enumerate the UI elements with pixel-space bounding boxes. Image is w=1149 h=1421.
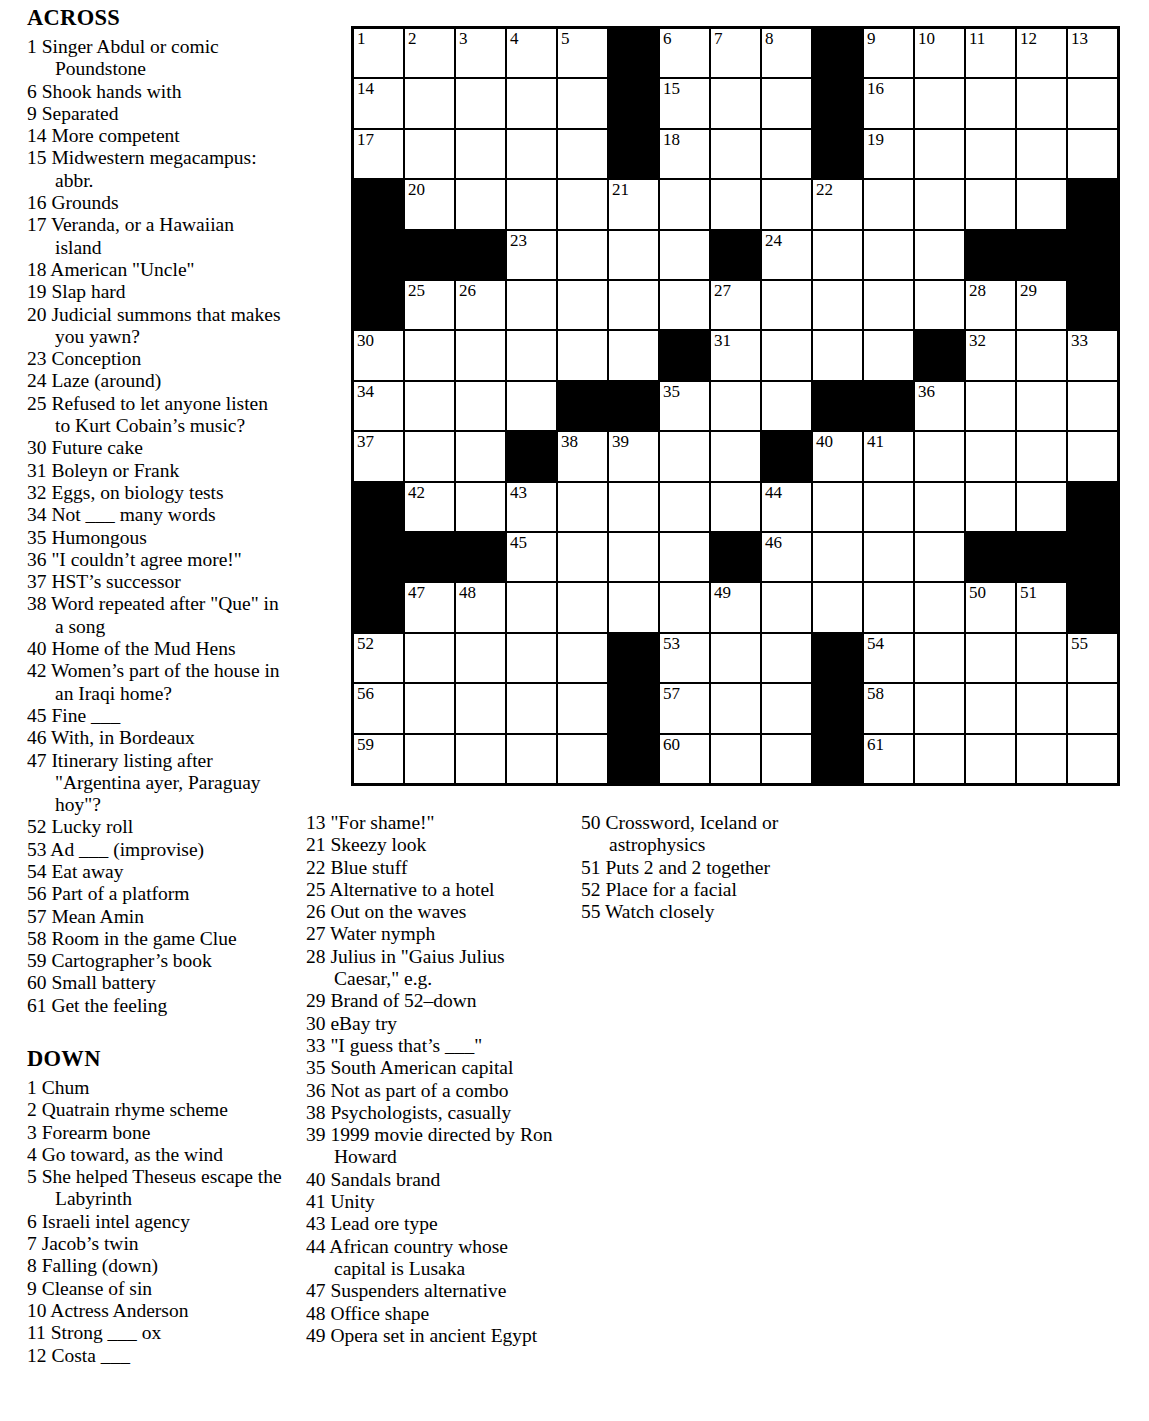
cell-r10c9[interactable]: 44 bbox=[762, 483, 811, 531]
cell-r6c3[interactable]: 26 bbox=[456, 281, 505, 329]
cell-r11c7[interactable] bbox=[660, 533, 709, 581]
down-clue-43: 43 Lead ore type bbox=[306, 1213, 564, 1235]
cell-r4c5[interactable] bbox=[558, 180, 607, 228]
down-clue-51: 51 Puts 2 and 2 together bbox=[581, 857, 831, 879]
cell-r2c4[interactable] bbox=[507, 79, 556, 127]
across-clue-42: 42 Women’s part of the house in an Iraqi… bbox=[27, 660, 285, 705]
across-clue-57: 57 Mean Amin bbox=[27, 906, 285, 928]
cell-r14c13[interactable] bbox=[966, 684, 1015, 732]
black-cell-r2c10 bbox=[813, 79, 862, 127]
cell-number-48: 48 bbox=[459, 583, 476, 602]
across-header: ACROSS bbox=[27, 5, 285, 31]
down-clue-39: 39 1999 movie directed by Ron Howard bbox=[306, 1124, 564, 1169]
cell-number-50: 50 bbox=[969, 583, 986, 602]
cell-r3c15[interactable] bbox=[1068, 130, 1117, 178]
cell-r9c10[interactable]: 40 bbox=[813, 432, 862, 480]
cell-r9c13[interactable] bbox=[966, 432, 1015, 480]
across-clue-36: 36 "I couldn’t agree more!" bbox=[27, 549, 285, 571]
cell-number-36: 36 bbox=[918, 382, 935, 401]
cell-number-40: 40 bbox=[816, 432, 833, 451]
down-clue-6: 6 Israeli intel agency bbox=[27, 1211, 285, 1233]
cell-r13c12[interactable] bbox=[915, 634, 964, 682]
cell-number-7: 7 bbox=[714, 29, 723, 48]
cell-number-4: 4 bbox=[510, 29, 519, 48]
cell-r13c1[interactable]: 52 bbox=[354, 634, 403, 682]
down-clue-30: 30 eBay try bbox=[306, 1013, 564, 1035]
cell-number-26: 26 bbox=[459, 281, 476, 300]
cell-number-15: 15 bbox=[663, 79, 680, 98]
cell-number-38: 38 bbox=[561, 432, 578, 451]
cell-r10c8[interactable] bbox=[711, 483, 760, 531]
cell-r11c11[interactable] bbox=[864, 533, 913, 581]
cell-number-14: 14 bbox=[357, 79, 374, 98]
cell-r11c10[interactable] bbox=[813, 533, 862, 581]
cell-r10c12[interactable] bbox=[915, 483, 964, 531]
across-clue-9: 9 Separated bbox=[27, 103, 285, 125]
cell-r6c12[interactable] bbox=[915, 281, 964, 329]
cell-r2c9[interactable] bbox=[762, 79, 811, 127]
cell-r7c10[interactable] bbox=[813, 331, 862, 379]
cell-r9c15[interactable] bbox=[1068, 432, 1117, 480]
cell-r10c6[interactable] bbox=[609, 483, 658, 531]
cell-r12c3[interactable]: 48 bbox=[456, 583, 505, 631]
down-clue-list-col2: 13 "For shame!"21 Skeezy look22 Blue stu… bbox=[306, 812, 564, 1347]
cell-r10c10[interactable] bbox=[813, 483, 862, 531]
cell-r13c7[interactable]: 53 bbox=[660, 634, 709, 682]
cell-r6c8[interactable]: 27 bbox=[711, 281, 760, 329]
down-clue-38: 38 Psychologists, casually bbox=[306, 1102, 564, 1124]
black-cell-r6c15 bbox=[1068, 281, 1117, 329]
black-cell-r2c6 bbox=[609, 79, 658, 127]
cell-r8c7[interactable]: 35 bbox=[660, 382, 709, 430]
cell-r8c1[interactable]: 34 bbox=[354, 382, 403, 430]
cell-r11c5[interactable] bbox=[558, 533, 607, 581]
cell-r5c4[interactable]: 23 bbox=[507, 231, 556, 279]
cell-r1c12[interactable]: 10 bbox=[915, 29, 964, 77]
cell-r14c7[interactable]: 57 bbox=[660, 684, 709, 732]
cell-r14c4[interactable] bbox=[507, 684, 556, 732]
cell-r13c8[interactable] bbox=[711, 634, 760, 682]
black-cell-r7c7 bbox=[660, 331, 709, 379]
cell-r8c8[interactable] bbox=[711, 382, 760, 430]
cell-r6c7[interactable] bbox=[660, 281, 709, 329]
black-cell-r11c15 bbox=[1068, 533, 1117, 581]
cell-r5c9[interactable]: 24 bbox=[762, 231, 811, 279]
black-cell-r6c1 bbox=[354, 281, 403, 329]
cell-r5c7[interactable] bbox=[660, 231, 709, 279]
black-cell-r9c4 bbox=[507, 432, 556, 480]
down-clue-26: 26 Out on the waves bbox=[306, 901, 564, 923]
cell-r1c14[interactable]: 12 bbox=[1017, 29, 1066, 77]
black-cell-r11c1 bbox=[354, 533, 403, 581]
across-clue-18: 18 American "Uncle" bbox=[27, 259, 285, 281]
down-clue-list-col3: 50 Crossword, Iceland or astrophysics51 … bbox=[581, 812, 831, 923]
cell-r15c15[interactable] bbox=[1068, 735, 1117, 783]
cell-r2c2[interactable] bbox=[405, 79, 454, 127]
cell-r6c5[interactable] bbox=[558, 281, 607, 329]
down-clue-21: 21 Skeezy look bbox=[306, 834, 564, 856]
cell-r9c6[interactable]: 39 bbox=[609, 432, 658, 480]
cell-r14c1[interactable]: 56 bbox=[354, 684, 403, 732]
cell-r3c13[interactable] bbox=[966, 130, 1015, 178]
cell-r3c9[interactable] bbox=[762, 130, 811, 178]
cell-r4c10[interactable]: 22 bbox=[813, 180, 862, 228]
cell-r13c5[interactable] bbox=[558, 634, 607, 682]
cell-r13c4[interactable] bbox=[507, 634, 556, 682]
cell-r7c6[interactable] bbox=[609, 331, 658, 379]
cell-r4c13[interactable] bbox=[966, 180, 1015, 228]
cell-r4c9[interactable] bbox=[762, 180, 811, 228]
cell-r15c2[interactable] bbox=[405, 735, 454, 783]
cell-r13c14[interactable] bbox=[1017, 634, 1066, 682]
cell-r14c9[interactable] bbox=[762, 684, 811, 732]
cell-r1c4[interactable]: 4 bbox=[507, 29, 556, 77]
cell-r10c11[interactable] bbox=[864, 483, 913, 531]
black-cell-r3c6 bbox=[609, 130, 658, 178]
cell-number-54: 54 bbox=[867, 634, 884, 653]
cell-r15c5[interactable] bbox=[558, 735, 607, 783]
cell-r13c3[interactable] bbox=[456, 634, 505, 682]
crossword-grid: 1234567891011121314151617181920212223242… bbox=[351, 26, 1120, 786]
across-clue-31: 31 Boleyn or Frank bbox=[27, 460, 285, 482]
cell-number-3: 3 bbox=[459, 29, 468, 48]
cell-r10c5[interactable] bbox=[558, 483, 607, 531]
down-clues-panel: DOWN 1 Chum2 Quatrain rhyme scheme3 Fore… bbox=[27, 1046, 285, 1367]
cell-r4c11[interactable] bbox=[864, 180, 913, 228]
cell-r2c1[interactable]: 14 bbox=[354, 79, 403, 127]
black-cell-r11c14 bbox=[1017, 533, 1066, 581]
cell-r14c8[interactable] bbox=[711, 684, 760, 732]
cell-r9c12[interactable] bbox=[915, 432, 964, 480]
black-cell-r14c10 bbox=[813, 684, 862, 732]
cell-r5c5[interactable] bbox=[558, 231, 607, 279]
cell-r6c2[interactable]: 25 bbox=[405, 281, 454, 329]
cell-number-57: 57 bbox=[663, 684, 680, 703]
black-cell-r8c6 bbox=[609, 382, 658, 430]
cell-r7c5[interactable] bbox=[558, 331, 607, 379]
cell-r1c5[interactable]: 5 bbox=[558, 29, 607, 77]
cell-r6c6[interactable] bbox=[609, 281, 658, 329]
cell-r7c8[interactable]: 31 bbox=[711, 331, 760, 379]
across-clue-14: 14 More competent bbox=[27, 125, 285, 147]
cell-r7c15[interactable]: 33 bbox=[1068, 331, 1117, 379]
black-cell-r3c10 bbox=[813, 130, 862, 178]
cell-r5c6[interactable] bbox=[609, 231, 658, 279]
cell-r1c2[interactable]: 2 bbox=[405, 29, 454, 77]
cell-number-27: 27 bbox=[714, 281, 731, 300]
cell-r15c4[interactable] bbox=[507, 735, 556, 783]
cell-r11c4[interactable]: 45 bbox=[507, 533, 556, 581]
cell-r6c14[interactable]: 29 bbox=[1017, 281, 1066, 329]
cell-r2c13[interactable] bbox=[966, 79, 1015, 127]
cell-number-39: 39 bbox=[612, 432, 629, 451]
cell-r14c14[interactable] bbox=[1017, 684, 1066, 732]
across-clue-30: 30 Future cake bbox=[27, 437, 285, 459]
down-clue-22: 22 Blue stuff bbox=[306, 857, 564, 879]
down-clue-29: 29 Brand of 52–down bbox=[306, 990, 564, 1012]
black-cell-r1c6 bbox=[609, 29, 658, 77]
cell-r12c9[interactable] bbox=[762, 583, 811, 631]
cell-r2c14[interactable] bbox=[1017, 79, 1066, 127]
black-cell-r15c10 bbox=[813, 735, 862, 783]
cell-r8c15[interactable] bbox=[1068, 382, 1117, 430]
black-cell-r10c1 bbox=[354, 483, 403, 531]
cell-number-10: 10 bbox=[918, 29, 935, 48]
cell-r14c3[interactable] bbox=[456, 684, 505, 732]
black-cell-r13c6 bbox=[609, 634, 658, 682]
cell-number-34: 34 bbox=[357, 382, 374, 401]
cell-number-44: 44 bbox=[765, 483, 782, 502]
cell-r5c12[interactable] bbox=[915, 231, 964, 279]
cell-number-60: 60 bbox=[663, 735, 680, 754]
cell-r4c4[interactable] bbox=[507, 180, 556, 228]
cell-r12c6[interactable] bbox=[609, 583, 658, 631]
across-clue-53: 53 Ad ___ (improvise) bbox=[27, 839, 285, 861]
cell-r1c9[interactable]: 8 bbox=[762, 29, 811, 77]
cell-r3c8[interactable] bbox=[711, 130, 760, 178]
down-clue-13: 13 "For shame!" bbox=[306, 812, 564, 834]
cell-number-41: 41 bbox=[867, 432, 884, 451]
cell-r15c7[interactable]: 60 bbox=[660, 735, 709, 783]
cell-r3c7[interactable]: 18 bbox=[660, 130, 709, 178]
cell-r4c7[interactable] bbox=[660, 180, 709, 228]
cell-number-47: 47 bbox=[408, 583, 425, 602]
cell-number-53: 53 bbox=[663, 634, 680, 653]
down-clue-36: 36 Not as part of a combo bbox=[306, 1080, 564, 1102]
cell-number-45: 45 bbox=[510, 533, 527, 552]
cell-r1c15[interactable]: 13 bbox=[1068, 29, 1117, 77]
cell-r13c9[interactable] bbox=[762, 634, 811, 682]
cell-r14c5[interactable] bbox=[558, 684, 607, 732]
cell-r9c2[interactable] bbox=[405, 432, 454, 480]
cell-r3c11[interactable]: 19 bbox=[864, 130, 913, 178]
across-clue-23: 23 Conception bbox=[27, 348, 285, 370]
cell-number-9: 9 bbox=[867, 29, 876, 48]
down-clue-41: 41 Unity bbox=[306, 1191, 564, 1213]
cell-r2c11[interactable]: 16 bbox=[864, 79, 913, 127]
cell-r9c14[interactable] bbox=[1017, 432, 1066, 480]
cell-r6c9[interactable] bbox=[762, 281, 811, 329]
cell-r12c13[interactable]: 50 bbox=[966, 583, 1015, 631]
down-clue-12: 12 Costa ___ bbox=[27, 1345, 285, 1367]
cell-r5c11[interactable] bbox=[864, 231, 913, 279]
cell-r10c4[interactable]: 43 bbox=[507, 483, 556, 531]
cell-r3c1[interactable]: 17 bbox=[354, 130, 403, 178]
cell-r11c9[interactable]: 46 bbox=[762, 533, 811, 581]
cell-r13c15[interactable]: 55 bbox=[1068, 634, 1117, 682]
cell-r7c11[interactable] bbox=[864, 331, 913, 379]
cell-r15c13[interactable] bbox=[966, 735, 1015, 783]
cell-r10c13[interactable] bbox=[966, 483, 1015, 531]
cell-r6c13[interactable]: 28 bbox=[966, 281, 1015, 329]
cell-number-13: 13 bbox=[1071, 29, 1088, 48]
cell-r15c12[interactable] bbox=[915, 735, 964, 783]
cell-number-16: 16 bbox=[867, 79, 884, 98]
down-clue-11: 11 Strong ___ ox bbox=[27, 1322, 285, 1344]
cell-r4c8[interactable] bbox=[711, 180, 760, 228]
cell-r2c8[interactable] bbox=[711, 79, 760, 127]
cell-r6c10[interactable] bbox=[813, 281, 862, 329]
cell-r13c13[interactable] bbox=[966, 634, 1015, 682]
cell-r2c5[interactable] bbox=[558, 79, 607, 127]
cell-r9c8[interactable] bbox=[711, 432, 760, 480]
cell-r14c2[interactable] bbox=[405, 684, 454, 732]
across-clue-56: 56 Part of a platform bbox=[27, 883, 285, 905]
down-clue-50: 50 Crossword, Iceland or astrophysics bbox=[581, 812, 831, 857]
down-clue-3: 3 Forearm bone bbox=[27, 1122, 285, 1144]
down-clue-40: 40 Sandals brand bbox=[306, 1169, 564, 1191]
cell-number-2: 2 bbox=[408, 29, 417, 48]
cell-r12c12[interactable] bbox=[915, 583, 964, 631]
cell-r9c11[interactable]: 41 bbox=[864, 432, 913, 480]
cell-r3c2[interactable] bbox=[405, 130, 454, 178]
across-clue-47: 47 Itinerary listing after "Argentina ay… bbox=[27, 750, 285, 817]
black-cell-r11c8 bbox=[711, 533, 760, 581]
cell-number-18: 18 bbox=[663, 130, 680, 149]
cell-r5c10[interactable] bbox=[813, 231, 862, 279]
cell-r8c14[interactable] bbox=[1017, 382, 1066, 430]
cell-r8c9[interactable] bbox=[762, 382, 811, 430]
down-clue-5: 5 She helped Theseus escape the Labyrint… bbox=[27, 1166, 285, 1211]
cell-r12c14[interactable]: 51 bbox=[1017, 583, 1066, 631]
cell-r8c4[interactable] bbox=[507, 382, 556, 430]
cell-r11c12[interactable] bbox=[915, 533, 964, 581]
down-clue-10: 10 Actress Anderson bbox=[27, 1300, 285, 1322]
cell-r12c4[interactable] bbox=[507, 583, 556, 631]
cell-r1c7[interactable]: 6 bbox=[660, 29, 709, 77]
black-cell-r5c1 bbox=[354, 231, 403, 279]
cell-r8c13[interactable] bbox=[966, 382, 1015, 430]
cell-r14c11[interactable]: 58 bbox=[864, 684, 913, 732]
cell-r9c7[interactable] bbox=[660, 432, 709, 480]
cell-r12c10[interactable] bbox=[813, 583, 862, 631]
cell-r8c2[interactable] bbox=[405, 382, 454, 430]
cell-number-20: 20 bbox=[408, 180, 425, 199]
down-clue-52: 52 Place for a facial bbox=[581, 879, 831, 901]
cell-r14c12[interactable] bbox=[915, 684, 964, 732]
cell-r7c2[interactable] bbox=[405, 331, 454, 379]
across-clue-20: 20 Judicial summons that makes you yawn? bbox=[27, 304, 285, 349]
down-clue-7: 7 Jacob’s twin bbox=[27, 1233, 285, 1255]
cell-number-21: 21 bbox=[612, 180, 629, 199]
cell-r12c8[interactable]: 49 bbox=[711, 583, 760, 631]
cell-r7c3[interactable] bbox=[456, 331, 505, 379]
cell-number-22: 22 bbox=[816, 180, 833, 199]
cell-r12c5[interactable] bbox=[558, 583, 607, 631]
cell-r14c15[interactable] bbox=[1068, 684, 1117, 732]
cell-number-6: 6 bbox=[663, 29, 672, 48]
cell-number-30: 30 bbox=[357, 331, 374, 350]
black-cell-r5c15 bbox=[1068, 231, 1117, 279]
cell-r12c2[interactable]: 47 bbox=[405, 583, 454, 631]
cell-r3c12[interactable] bbox=[915, 130, 964, 178]
black-cell-r8c5 bbox=[558, 382, 607, 430]
cell-r3c4[interactable] bbox=[507, 130, 556, 178]
down-clue-1: 1 Chum bbox=[27, 1077, 285, 1099]
down-clue-8: 8 Falling (down) bbox=[27, 1255, 285, 1277]
cell-r3c5[interactable] bbox=[558, 130, 607, 178]
cell-number-58: 58 bbox=[867, 684, 884, 703]
cell-number-31: 31 bbox=[714, 331, 731, 350]
cell-r8c12[interactable]: 36 bbox=[915, 382, 964, 430]
black-cell-r5c2 bbox=[405, 231, 454, 279]
cell-r4c3[interactable] bbox=[456, 180, 505, 228]
cell-r9c5[interactable]: 38 bbox=[558, 432, 607, 480]
cell-r6c11[interactable] bbox=[864, 281, 913, 329]
black-cell-r8c11 bbox=[864, 382, 913, 430]
down-clue-48: 48 Office shape bbox=[306, 1303, 564, 1325]
black-cell-r5c8 bbox=[711, 231, 760, 279]
cell-r13c2[interactable] bbox=[405, 634, 454, 682]
cell-r15c3[interactable] bbox=[456, 735, 505, 783]
cell-r7c4[interactable] bbox=[507, 331, 556, 379]
cell-number-52: 52 bbox=[357, 634, 374, 653]
across-clues-panel: ACROSS 1 Singer Abdul or comic Poundston… bbox=[27, 5, 285, 1017]
cell-r3c14[interactable] bbox=[1017, 130, 1066, 178]
cell-r7c1[interactable]: 30 bbox=[354, 331, 403, 379]
cell-r15c11[interactable]: 61 bbox=[864, 735, 913, 783]
cell-r15c8[interactable] bbox=[711, 735, 760, 783]
cell-r2c7[interactable]: 15 bbox=[660, 79, 709, 127]
cell-r1c13[interactable]: 11 bbox=[966, 29, 1015, 77]
cell-r11c6[interactable] bbox=[609, 533, 658, 581]
cell-r8c3[interactable] bbox=[456, 382, 505, 430]
black-cell-r15c6 bbox=[609, 735, 658, 783]
across-clue-32: 32 Eggs, on biology tests bbox=[27, 482, 285, 504]
cell-r4c2[interactable]: 20 bbox=[405, 180, 454, 228]
cell-number-23: 23 bbox=[510, 231, 527, 250]
cell-r12c7[interactable] bbox=[660, 583, 709, 631]
cell-r3c3[interactable] bbox=[456, 130, 505, 178]
cell-r13c11[interactable]: 54 bbox=[864, 634, 913, 682]
cell-r9c1[interactable]: 37 bbox=[354, 432, 403, 480]
black-cell-r5c3 bbox=[456, 231, 505, 279]
cell-number-5: 5 bbox=[561, 29, 570, 48]
cell-r10c7[interactable] bbox=[660, 483, 709, 531]
cell-r2c12[interactable] bbox=[915, 79, 964, 127]
cell-number-59: 59 bbox=[357, 735, 374, 754]
cell-r1c3[interactable]: 3 bbox=[456, 29, 505, 77]
cell-r2c3[interactable] bbox=[456, 79, 505, 127]
cell-r4c12[interactable] bbox=[915, 180, 964, 228]
cell-r1c11[interactable]: 9 bbox=[864, 29, 913, 77]
cell-r10c3[interactable] bbox=[456, 483, 505, 531]
cell-r10c2[interactable]: 42 bbox=[405, 483, 454, 531]
cell-r12c11[interactable] bbox=[864, 583, 913, 631]
black-cell-r12c15 bbox=[1068, 583, 1117, 631]
cell-r7c13[interactable]: 32 bbox=[966, 331, 1015, 379]
across-clue-54: 54 Eat away bbox=[27, 861, 285, 883]
cell-r10c14[interactable] bbox=[1017, 483, 1066, 531]
cell-r15c14[interactable] bbox=[1017, 735, 1066, 783]
cell-number-42: 42 bbox=[408, 483, 425, 502]
cell-r4c14[interactable] bbox=[1017, 180, 1066, 228]
cell-r2c15[interactable] bbox=[1068, 79, 1117, 127]
cell-number-35: 35 bbox=[663, 382, 680, 401]
cell-r15c1[interactable]: 59 bbox=[354, 735, 403, 783]
cell-r7c9[interactable] bbox=[762, 331, 811, 379]
cell-r6c4[interactable] bbox=[507, 281, 556, 329]
across-clue-16: 16 Grounds bbox=[27, 192, 285, 214]
down-clue-35: 35 South American capital bbox=[306, 1057, 564, 1079]
cell-r4c6[interactable]: 21 bbox=[609, 180, 658, 228]
cell-r9c3[interactable] bbox=[456, 432, 505, 480]
black-cell-r14c6 bbox=[609, 684, 658, 732]
cell-r7c14[interactable] bbox=[1017, 331, 1066, 379]
cell-r1c1[interactable]: 1 bbox=[354, 29, 403, 77]
cell-r1c8[interactable]: 7 bbox=[711, 29, 760, 77]
cell-r15c9[interactable] bbox=[762, 735, 811, 783]
